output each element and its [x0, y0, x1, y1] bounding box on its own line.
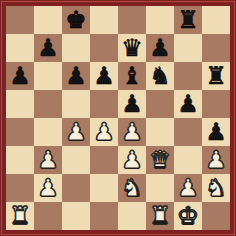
white-pawn: ♟ — [37, 146, 59, 174]
square-a5[interactable] — [6, 90, 34, 118]
square-a3[interactable] — [6, 146, 34, 174]
black-bishop: ♝ — [121, 62, 143, 90]
white-knight: ♞ — [121, 174, 143, 202]
white-pawn: ♟ — [93, 118, 115, 146]
square-d4[interactable]: ♟ — [90, 118, 118, 146]
square-h6[interactable]: ♜ — [202, 62, 230, 90]
square-a6[interactable]: ♟ — [6, 62, 34, 90]
square-f2[interactable] — [146, 174, 174, 202]
square-b1[interactable] — [34, 202, 62, 230]
square-e2[interactable]: ♞ — [118, 174, 146, 202]
black-pawn: ♟ — [149, 34, 171, 62]
square-h4[interactable]: ♟ — [202, 118, 230, 146]
black-pawn: ♟ — [205, 118, 227, 146]
square-f3[interactable]: ♛ — [146, 146, 174, 174]
square-d3[interactable] — [90, 146, 118, 174]
square-d6[interactable]: ♟ — [90, 62, 118, 90]
square-b7[interactable]: ♟ — [34, 34, 62, 62]
black-pawn: ♟ — [121, 90, 143, 118]
black-pawn: ♟ — [37, 34, 59, 62]
white-rook: ♜ — [9, 202, 31, 230]
black-king: ♚ — [65, 6, 87, 34]
square-h5[interactable] — [202, 90, 230, 118]
square-h3[interactable]: ♟ — [202, 146, 230, 174]
square-f5[interactable] — [146, 90, 174, 118]
square-g7[interactable] — [174, 34, 202, 62]
square-g5[interactable]: ♟ — [174, 90, 202, 118]
square-a4[interactable] — [6, 118, 34, 146]
black-queen: ♛ — [121, 34, 143, 62]
square-d5[interactable] — [90, 90, 118, 118]
white-knight: ♞ — [205, 174, 227, 202]
square-a7[interactable] — [6, 34, 34, 62]
square-f4[interactable] — [146, 118, 174, 146]
white-pawn: ♟ — [65, 118, 87, 146]
square-c6[interactable]: ♟ — [62, 62, 90, 90]
white-queen: ♛ — [149, 146, 171, 174]
square-c8[interactable]: ♚ — [62, 6, 90, 34]
square-h2[interactable]: ♞ — [202, 174, 230, 202]
square-h1[interactable] — [202, 202, 230, 230]
square-d8[interactable] — [90, 6, 118, 34]
square-b3[interactable]: ♟ — [34, 146, 62, 174]
square-f1[interactable]: ♜ — [146, 202, 174, 230]
square-c1[interactable] — [62, 202, 90, 230]
black-rook: ♜ — [205, 62, 227, 90]
black-rook: ♜ — [177, 6, 199, 34]
white-pawn: ♟ — [205, 146, 227, 174]
black-pawn: ♟ — [65, 62, 87, 90]
square-b5[interactable] — [34, 90, 62, 118]
square-a2[interactable] — [6, 174, 34, 202]
square-g3[interactable] — [174, 146, 202, 174]
black-pawn: ♟ — [177, 90, 199, 118]
board-frame: ♚♜♟♛♟♟♟♟♝♞♜♟♟♟♟♟♟♟♟♛♟♟♞♟♞♜♜♚ — [0, 0, 236, 236]
black-knight: ♞ — [149, 62, 171, 90]
white-pawn: ♟ — [177, 174, 199, 202]
square-e4[interactable]: ♟ — [118, 118, 146, 146]
white-pawn: ♟ — [121, 146, 143, 174]
white-pawn: ♟ — [121, 118, 143, 146]
square-e7[interactable]: ♛ — [118, 34, 146, 62]
square-c5[interactable] — [62, 90, 90, 118]
square-e1[interactable] — [118, 202, 146, 230]
white-king: ♚ — [177, 202, 199, 230]
chess-board: ♚♜♟♛♟♟♟♟♝♞♜♟♟♟♟♟♟♟♟♛♟♟♞♟♞♜♜♚ — [6, 6, 230, 230]
square-b2[interactable]: ♟ — [34, 174, 62, 202]
square-f7[interactable]: ♟ — [146, 34, 174, 62]
square-b4[interactable] — [34, 118, 62, 146]
square-f8[interactable] — [146, 6, 174, 34]
square-d2[interactable] — [90, 174, 118, 202]
square-g2[interactable]: ♟ — [174, 174, 202, 202]
square-d7[interactable] — [90, 34, 118, 62]
white-pawn: ♟ — [37, 174, 59, 202]
square-e5[interactable]: ♟ — [118, 90, 146, 118]
square-h7[interactable] — [202, 34, 230, 62]
square-e8[interactable] — [118, 6, 146, 34]
square-g4[interactable] — [174, 118, 202, 146]
square-c2[interactable] — [62, 174, 90, 202]
square-f6[interactable]: ♞ — [146, 62, 174, 90]
black-pawn: ♟ — [93, 62, 115, 90]
square-h8[interactable] — [202, 6, 230, 34]
square-d1[interactable] — [90, 202, 118, 230]
square-g8[interactable]: ♜ — [174, 6, 202, 34]
square-c4[interactable]: ♟ — [62, 118, 90, 146]
square-e6[interactable]: ♝ — [118, 62, 146, 90]
white-rook: ♜ — [149, 202, 171, 230]
square-g1[interactable]: ♚ — [174, 202, 202, 230]
square-c3[interactable] — [62, 146, 90, 174]
black-pawn: ♟ — [9, 62, 31, 90]
square-b8[interactable] — [34, 6, 62, 34]
square-a8[interactable] — [6, 6, 34, 34]
square-e3[interactable]: ♟ — [118, 146, 146, 174]
square-c7[interactable] — [62, 34, 90, 62]
square-b6[interactable] — [34, 62, 62, 90]
square-g6[interactable] — [174, 62, 202, 90]
square-a1[interactable]: ♜ — [6, 202, 34, 230]
